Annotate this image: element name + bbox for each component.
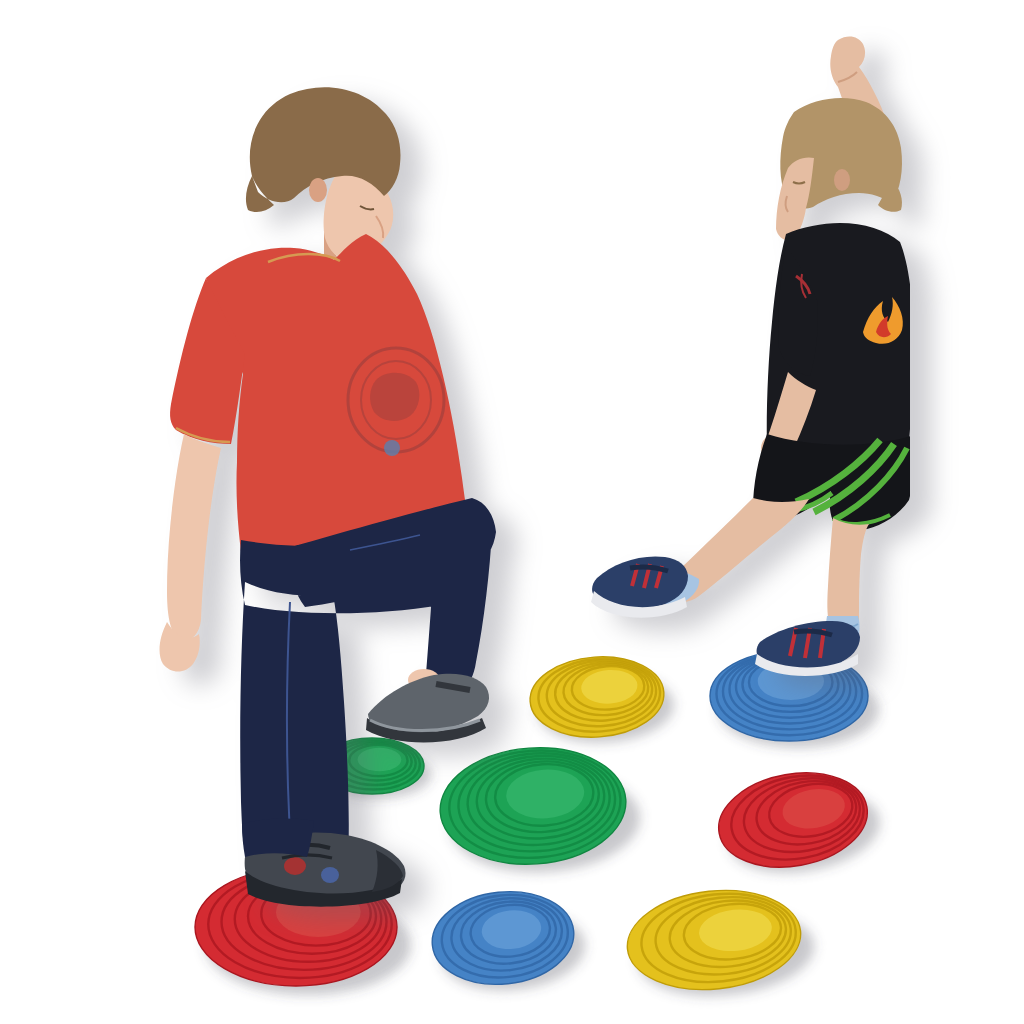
left-boy-cuff bbox=[242, 819, 314, 857]
left-boy-forearm bbox=[167, 434, 221, 641]
left-boy-figure bbox=[140, 80, 510, 1000]
right-boy-ear bbox=[834, 169, 850, 191]
right-boy-figure bbox=[580, 30, 910, 690]
stepping-stone-yellow-bottom bbox=[622, 881, 818, 1005]
left-boy-emblem-dot bbox=[384, 440, 400, 456]
right-boy-stand-leg bbox=[827, 518, 869, 622]
photo-stage bbox=[0, 0, 1024, 1024]
left-boy-emblem-center bbox=[370, 373, 419, 421]
stepping-stone-red-right bbox=[711, 760, 886, 885]
left-boy-shoe-blue-motif bbox=[321, 867, 339, 883]
left-boy-shoe-red-motif bbox=[284, 857, 306, 875]
left-boy-ear bbox=[309, 178, 327, 202]
